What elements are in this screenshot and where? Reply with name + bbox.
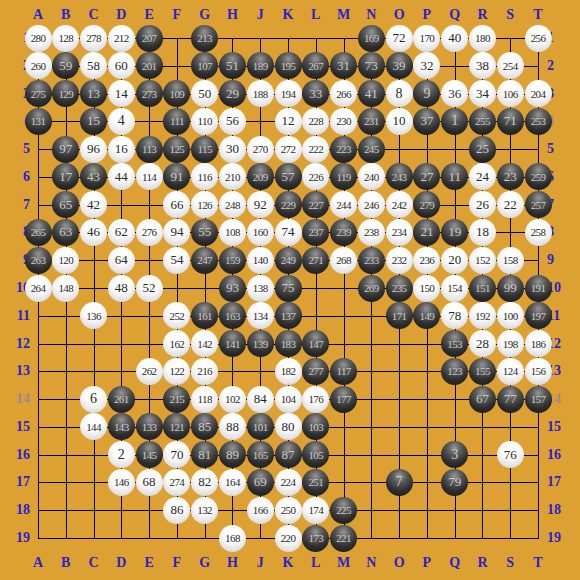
stone-n9[interactable]: 233 (358, 247, 385, 274)
stone-c8[interactable]: 46 (80, 219, 107, 246)
stone-h15[interactable]: 88 (219, 413, 246, 440)
stone-e2[interactable]: 201 (136, 52, 163, 79)
column-label-bottom-g: G (194, 555, 216, 571)
row-label-left-17: 17 (2, 474, 30, 490)
stone-o17[interactable]: 7 (386, 469, 413, 496)
column-label-top-j: J (249, 7, 271, 23)
stone-l4[interactable]: 228 (302, 108, 329, 135)
stone-c4[interactable]: 15 (80, 108, 107, 135)
stone-g13[interactable]: 216 (191, 358, 218, 385)
stone-h9[interactable]: 159 (219, 247, 246, 274)
row-label-left-5: 5 (2, 141, 30, 157)
stone-q9[interactable]: 20 (441, 247, 468, 274)
stone-l7[interactable]: 227 (302, 191, 329, 218)
stone-d15[interactable]: 143 (108, 413, 135, 440)
stone-k9[interactable]: 249 (275, 247, 302, 274)
column-label-bottom-a: A (27, 555, 49, 571)
stone-q17[interactable]: 79 (441, 469, 468, 496)
stone-f8[interactable]: 94 (163, 219, 190, 246)
column-label-top-m: M (333, 7, 355, 23)
stone-h4[interactable]: 56 (219, 108, 246, 135)
row-label-left-11: 11 (2, 308, 30, 324)
stone-n7[interactable]: 246 (358, 191, 385, 218)
stone-o8[interactable]: 234 (386, 219, 413, 246)
stone-b9[interactable]: 120 (52, 247, 79, 274)
stone-g1[interactable]: 213 (191, 25, 218, 52)
stone-e13[interactable]: 262 (136, 358, 163, 385)
stone-e15[interactable]: 133 (136, 413, 163, 440)
stone-g4[interactable]: 110 (191, 108, 218, 135)
stone-k12[interactable]: 183 (275, 330, 302, 357)
stone-f14[interactable]: 215 (163, 386, 190, 413)
stone-h16[interactable]: 89 (219, 441, 246, 468)
stone-c11[interactable]: 136 (80, 302, 107, 329)
column-label-bottom-b: B (55, 555, 77, 571)
column-label-top-g: G (194, 7, 216, 23)
stone-d6[interactable]: 44 (108, 163, 135, 190)
stone-q8[interactable]: 19 (441, 219, 468, 246)
row-label-right-18: 18 (547, 502, 575, 518)
stone-f3[interactable]: 109 (163, 80, 190, 107)
stone-k3[interactable]: 194 (275, 80, 302, 107)
stone-s6[interactable]: 23 (497, 163, 524, 190)
stone-e6[interactable]: 114 (136, 163, 163, 190)
stone-j16[interactable]: 165 (247, 441, 274, 468)
stone-b1[interactable]: 128 (52, 25, 79, 52)
column-label-top-o: O (388, 7, 410, 23)
stone-f6[interactable]: 91 (163, 163, 190, 190)
stone-r6[interactable]: 24 (469, 163, 496, 190)
stone-m18[interactable]: 225 (330, 497, 357, 524)
stone-d4[interactable]: 4 (108, 108, 135, 135)
stone-k2[interactable]: 195 (275, 52, 302, 79)
stone-s3[interactable]: 106 (497, 80, 524, 107)
stone-a1[interactable]: 280 (25, 25, 52, 52)
stone-a10[interactable]: 264 (25, 275, 52, 302)
stone-k11[interactable]: 137 (275, 302, 302, 329)
stone-r1[interactable]: 180 (469, 25, 496, 52)
stone-t4[interactable]: 253 (525, 108, 552, 135)
stone-m14[interactable]: 177 (330, 386, 357, 413)
stone-q3[interactable]: 36 (441, 80, 468, 107)
stone-s16[interactable]: 76 (497, 441, 524, 468)
stone-r5[interactable]: 25 (469, 136, 496, 163)
column-label-top-s: S (499, 7, 521, 23)
stone-s12[interactable]: 198 (497, 330, 524, 357)
stone-s13[interactable]: 124 (497, 358, 524, 385)
stone-r7[interactable]: 26 (469, 191, 496, 218)
stone-f7[interactable]: 66 (163, 191, 190, 218)
column-label-bottom-j: J (249, 555, 271, 571)
stone-n1[interactable]: 169 (358, 25, 385, 52)
stone-f13[interactable]: 122 (163, 358, 190, 385)
stone-c2[interactable]: 58 (80, 52, 107, 79)
stone-d17[interactable]: 146 (108, 469, 135, 496)
stone-a2[interactable]: 260 (25, 52, 52, 79)
stone-k8[interactable]: 74 (275, 219, 302, 246)
stone-t10[interactable]: 191 (525, 275, 552, 302)
stone-t13[interactable]: 156 (525, 358, 552, 385)
stone-k19[interactable]: 220 (275, 525, 302, 552)
stone-r11[interactable]: 192 (469, 302, 496, 329)
stone-q16[interactable]: 3 (441, 441, 468, 468)
stone-r3[interactable]: 34 (469, 80, 496, 107)
column-label-top-c: C (83, 7, 105, 23)
column-label-top-f: F (166, 7, 188, 23)
stone-f4[interactable]: 111 (163, 108, 190, 135)
stone-f11[interactable]: 252 (163, 302, 190, 329)
stone-b2[interactable]: 59 (52, 52, 79, 79)
column-label-top-a: A (27, 7, 49, 23)
stone-g17[interactable]: 82 (191, 469, 218, 496)
stone-o7[interactable]: 242 (386, 191, 413, 218)
stone-f18[interactable]: 86 (163, 497, 190, 524)
column-label-bottom-m: M (333, 555, 355, 571)
stone-l5[interactable]: 222 (302, 136, 329, 163)
stone-p6[interactable]: 27 (413, 163, 440, 190)
stone-p1[interactable]: 170 (413, 25, 440, 52)
column-label-bottom-k: K (277, 555, 299, 571)
stone-g8[interactable]: 55 (191, 219, 218, 246)
stone-h6[interactable]: 210 (219, 163, 246, 190)
stone-h2[interactable]: 51 (219, 52, 246, 79)
stone-t12[interactable]: 186 (525, 330, 552, 357)
stone-j8[interactable]: 160 (247, 219, 274, 246)
stone-c1[interactable]: 278 (80, 25, 107, 52)
column-label-bottom-l: L (305, 555, 327, 571)
row-label-left-14: 14 (2, 391, 30, 407)
column-label-top-k: K (277, 7, 299, 23)
row-label-right-9: 9 (547, 252, 575, 268)
row-label-right-2: 2 (547, 58, 575, 74)
stone-s11[interactable]: 100 (497, 302, 524, 329)
stone-p11[interactable]: 149 (413, 302, 440, 329)
column-label-bottom-h: H (221, 555, 243, 571)
stone-m2[interactable]: 31 (330, 52, 357, 79)
row-label-left-7: 7 (2, 197, 30, 213)
stone-j5[interactable]: 270 (247, 136, 274, 163)
stone-t3[interactable]: 204 (525, 80, 552, 107)
stone-r4[interactable]: 255 (469, 108, 496, 135)
stone-k17[interactable]: 224 (275, 469, 302, 496)
column-label-top-p: P (416, 7, 438, 23)
stone-h17[interactable]: 164 (219, 469, 246, 496)
stone-s7[interactable]: 22 (497, 191, 524, 218)
stone-l13[interactable]: 277 (302, 358, 329, 385)
stone-d10[interactable]: 48 (108, 275, 135, 302)
stone-l19[interactable]: 173 (302, 525, 329, 552)
stone-q12[interactable]: 153 (441, 330, 468, 357)
row-label-right-5: 5 (547, 141, 575, 157)
stone-r9[interactable]: 152 (469, 247, 496, 274)
stone-n10[interactable]: 269 (358, 275, 385, 302)
stone-t7[interactable]: 257 (525, 191, 552, 218)
stone-b3[interactable]: 129 (52, 80, 79, 107)
stone-g12[interactable]: 142 (191, 330, 218, 357)
stone-g16[interactable]: 81 (191, 441, 218, 468)
stone-o11[interactable]: 171 (386, 302, 413, 329)
stone-f5[interactable]: 125 (163, 136, 190, 163)
stone-f17[interactable]: 274 (163, 469, 190, 496)
stone-c7[interactable]: 42 (80, 191, 107, 218)
column-label-top-r: R (471, 7, 493, 23)
stone-l14[interactable]: 176 (302, 386, 329, 413)
stone-n4[interactable]: 231 (358, 108, 385, 135)
stone-d16[interactable]: 2 (108, 441, 135, 468)
stone-n2[interactable]: 73 (358, 52, 385, 79)
stone-k13[interactable]: 182 (275, 358, 302, 385)
stone-e16[interactable]: 145 (136, 441, 163, 468)
stone-p3[interactable]: 9 (413, 80, 440, 107)
stone-o10[interactable]: 235 (386, 275, 413, 302)
stone-h19[interactable]: 168 (219, 525, 246, 552)
stone-k16[interactable]: 87 (275, 441, 302, 468)
stone-c6[interactable]: 43 (80, 163, 107, 190)
stone-m8[interactable]: 239 (330, 219, 357, 246)
row-label-left-13: 13 (2, 363, 30, 379)
row-label-right-15: 15 (547, 419, 575, 435)
column-label-top-t: T (527, 7, 549, 23)
stone-j10[interactable]: 138 (247, 275, 274, 302)
stone-g15[interactable]: 85 (191, 413, 218, 440)
stone-g2[interactable]: 107 (191, 52, 218, 79)
stone-l2[interactable]: 267 (302, 52, 329, 79)
stone-j6[interactable]: 209 (247, 163, 274, 190)
stone-k7[interactable]: 229 (275, 191, 302, 218)
stone-k10[interactable]: 75 (275, 275, 302, 302)
stone-r10[interactable]: 151 (469, 275, 496, 302)
stone-m9[interactable]: 268 (330, 247, 357, 274)
stone-o6[interactable]: 243 (386, 163, 413, 190)
stone-d1[interactable]: 212 (108, 25, 135, 52)
stone-q11[interactable]: 78 (441, 302, 468, 329)
stone-a9[interactable]: 263 (25, 247, 52, 274)
stone-r14[interactable]: 67 (469, 386, 496, 413)
stone-n6[interactable]: 240 (358, 163, 385, 190)
stone-d3[interactable]: 14 (108, 80, 135, 107)
stone-t14[interactable]: 157 (525, 386, 552, 413)
stone-o3[interactable]: 8 (386, 80, 413, 107)
column-label-bottom-d: D (110, 555, 132, 571)
stone-l6[interactable]: 226 (302, 163, 329, 190)
column-label-bottom-f: F (166, 555, 188, 571)
column-label-bottom-q: Q (444, 555, 466, 571)
stone-r2[interactable]: 38 (469, 52, 496, 79)
row-label-left-18: 18 (2, 502, 30, 518)
stone-k14[interactable]: 104 (275, 386, 302, 413)
stone-g3[interactable]: 50 (191, 80, 218, 107)
stone-m13[interactable]: 117 (330, 358, 357, 385)
stone-a4[interactable]: 131 (25, 108, 52, 135)
stone-m7[interactable]: 244 (330, 191, 357, 218)
row-label-right-19: 19 (547, 530, 575, 546)
column-label-top-d: D (110, 7, 132, 23)
stone-p9[interactable]: 236 (413, 247, 440, 274)
stone-h7[interactable]: 248 (219, 191, 246, 218)
stone-h5[interactable]: 30 (219, 136, 246, 163)
stone-g7[interactable]: 126 (191, 191, 218, 218)
stone-l9[interactable]: 271 (302, 247, 329, 274)
stone-k4[interactable]: 12 (275, 108, 302, 135)
stone-j12[interactable]: 139 (247, 330, 274, 357)
stone-d5[interactable]: 16 (108, 136, 135, 163)
stone-g5[interactable]: 115 (191, 136, 218, 163)
stone-f16[interactable]: 70 (163, 441, 190, 468)
stone-h8[interactable]: 108 (219, 219, 246, 246)
stone-s2[interactable]: 254 (497, 52, 524, 79)
stone-b5[interactable]: 97 (52, 136, 79, 163)
column-label-bottom-r: R (471, 555, 493, 571)
stone-q6[interactable]: 11 (441, 163, 468, 190)
stone-l12[interactable]: 147 (302, 330, 329, 357)
stone-q10[interactable]: 154 (441, 275, 468, 302)
stone-d9[interactable]: 64 (108, 247, 135, 274)
stone-h14[interactable]: 102 (219, 386, 246, 413)
stone-l16[interactable]: 105 (302, 441, 329, 468)
column-label-bottom-e: E (138, 555, 160, 571)
stone-e17[interactable]: 68 (136, 469, 163, 496)
stone-j15[interactable]: 101 (247, 413, 274, 440)
stone-k18[interactable]: 250 (275, 497, 302, 524)
column-label-bottom-s: S (499, 555, 521, 571)
stone-j2[interactable]: 189 (247, 52, 274, 79)
stone-r12[interactable]: 28 (469, 330, 496, 357)
stone-o2[interactable]: 39 (386, 52, 413, 79)
column-label-bottom-c: C (83, 555, 105, 571)
row-label-left-12: 12 (2, 336, 30, 352)
column-label-top-n: N (360, 7, 382, 23)
stone-o4[interactable]: 10 (386, 108, 413, 135)
stone-m4[interactable]: 230 (330, 108, 357, 135)
stone-e8[interactable]: 276 (136, 219, 163, 246)
row-label-right-17: 17 (547, 474, 575, 490)
stone-k6[interactable]: 57 (275, 163, 302, 190)
column-label-top-h: H (221, 7, 243, 23)
stone-e3[interactable]: 273 (136, 80, 163, 107)
stone-b6[interactable]: 17 (52, 163, 79, 190)
stone-g14[interactable]: 118 (191, 386, 218, 413)
stone-s4[interactable]: 71 (497, 108, 524, 135)
stone-d14[interactable]: 261 (108, 386, 135, 413)
stone-n8[interactable]: 238 (358, 219, 385, 246)
stone-f12[interactable]: 162 (163, 330, 190, 357)
stone-b10[interactable]: 148 (52, 275, 79, 302)
column-label-bottom-p: P (416, 555, 438, 571)
stone-c14[interactable]: 6 (80, 386, 107, 413)
column-label-top-b: B (55, 7, 77, 23)
stone-q1[interactable]: 40 (441, 25, 468, 52)
stone-t11[interactable]: 197 (525, 302, 552, 329)
stone-j18[interactable]: 166 (247, 497, 274, 524)
row-label-left-16: 16 (2, 447, 30, 463)
stone-j11[interactable]: 134 (247, 302, 274, 329)
stone-e10[interactable]: 52 (136, 275, 163, 302)
stone-b8[interactable]: 63 (52, 219, 79, 246)
stone-s14[interactable]: 77 (497, 386, 524, 413)
column-label-top-e: E (138, 7, 160, 23)
stone-j14[interactable]: 84 (247, 386, 274, 413)
stone-m6[interactable]: 119 (330, 163, 357, 190)
stone-m19[interactable]: 221 (330, 525, 357, 552)
stone-q13[interactable]: 123 (441, 358, 468, 385)
stone-p10[interactable]: 150 (413, 275, 440, 302)
stone-t6[interactable]: 259 (525, 163, 552, 190)
row-label-right-16: 16 (547, 447, 575, 463)
stone-c15[interactable]: 144 (80, 413, 107, 440)
stone-h11[interactable]: 163 (219, 302, 246, 329)
stone-h3[interactable]: 29 (219, 80, 246, 107)
stone-d2[interactable]: 60 (108, 52, 135, 79)
stone-e5[interactable]: 113 (136, 136, 163, 163)
stone-n3[interactable]: 41 (358, 80, 385, 107)
stone-f15[interactable]: 121 (163, 413, 190, 440)
stone-l18[interactable]: 174 (302, 497, 329, 524)
stone-j3[interactable]: 188 (247, 80, 274, 107)
stone-d8[interactable]: 62 (108, 219, 135, 246)
stone-b7[interactable]: 65 (52, 191, 79, 218)
row-label-left-15: 15 (2, 419, 30, 435)
stone-h12[interactable]: 141 (219, 330, 246, 357)
stone-a3[interactable]: 275 (25, 80, 52, 107)
stone-g9[interactable]: 247 (191, 247, 218, 274)
stone-p8[interactable]: 21 (413, 219, 440, 246)
column-label-top-q: Q (444, 7, 466, 23)
stone-l3[interactable]: 33 (302, 80, 329, 107)
stone-a8[interactable]: 265 (25, 219, 52, 246)
stone-h10[interactable]: 93 (219, 275, 246, 302)
stone-g11[interactable]: 161 (191, 302, 218, 329)
column-label-bottom-o: O (388, 555, 410, 571)
stone-s10[interactable]: 99 (497, 275, 524, 302)
stone-l17[interactable]: 251 (302, 469, 329, 496)
stone-l15[interactable]: 103 (302, 413, 329, 440)
stone-r8[interactable]: 18 (469, 219, 496, 246)
row-label-left-19: 19 (2, 530, 30, 546)
stone-p4[interactable]: 37 (413, 108, 440, 135)
stone-p2[interactable]: 32 (413, 52, 440, 79)
stone-j17[interactable]: 69 (247, 469, 274, 496)
go-board[interactable]: AABBCCDDEEFFGGHHJJKKLLMMNNOOPPQQRRSSTT11… (0, 0, 580, 580)
column-label-bottom-t: T (527, 555, 549, 571)
stone-l8[interactable]: 237 (302, 219, 329, 246)
stone-o9[interactable]: 232 (386, 247, 413, 274)
stone-c5[interactable]: 96 (80, 136, 107, 163)
stone-g6[interactable]: 116 (191, 163, 218, 190)
column-label-bottom-n: N (360, 555, 382, 571)
stone-k5[interactable]: 272 (275, 136, 302, 163)
stone-n5[interactable]: 245 (358, 136, 385, 163)
stone-s9[interactable]: 158 (497, 247, 524, 274)
stone-k15[interactable]: 80 (275, 413, 302, 440)
stone-p7[interactable]: 279 (413, 191, 440, 218)
stone-g18[interactable]: 132 (191, 497, 218, 524)
row-label-left-6: 6 (2, 169, 30, 185)
stone-m5[interactable]: 223 (330, 136, 357, 163)
stone-c3[interactable]: 13 (80, 80, 107, 107)
stone-o1[interactable]: 72 (386, 25, 413, 52)
stone-j9[interactable]: 140 (247, 247, 274, 274)
column-label-top-l: L (305, 7, 327, 23)
stone-j7[interactable]: 92 (247, 191, 274, 218)
stone-f9[interactable]: 54 (163, 247, 190, 274)
stone-e1[interactable]: 207 (136, 25, 163, 52)
stone-t8[interactable]: 258 (525, 219, 552, 246)
stone-r13[interactable]: 155 (469, 358, 496, 385)
stone-t1[interactable]: 256 (525, 25, 552, 52)
stone-q4[interactable]: 1 (441, 108, 468, 135)
stone-m3[interactable]: 266 (330, 80, 357, 107)
